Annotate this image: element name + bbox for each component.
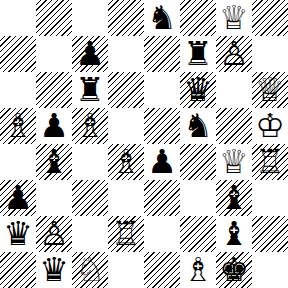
square-e5[interactable] bbox=[144, 108, 180, 144]
white-pawn-piece: ♙ bbox=[39, 216, 69, 252]
square-d5[interactable] bbox=[108, 108, 144, 144]
square-f3[interactable] bbox=[180, 180, 216, 216]
square-e3[interactable] bbox=[144, 180, 180, 216]
square-a6[interactable] bbox=[0, 72, 36, 108]
black-pawn-piece: ♟ bbox=[147, 144, 177, 180]
square-h3[interactable] bbox=[252, 180, 288, 216]
square-g7[interactable]: ♙ bbox=[216, 36, 252, 72]
square-d7[interactable] bbox=[108, 36, 144, 72]
black-knight-piece: ♞ bbox=[147, 0, 177, 36]
black-rook-piece: ♜ bbox=[183, 36, 213, 72]
square-f4[interactable] bbox=[180, 144, 216, 180]
square-g8[interactable]: ♕ bbox=[216, 0, 252, 36]
square-h2[interactable] bbox=[252, 216, 288, 252]
square-c7[interactable]: ♟ bbox=[72, 36, 108, 72]
square-b5[interactable]: ♟ bbox=[36, 108, 72, 144]
square-b1[interactable]: ♛ bbox=[36, 252, 72, 288]
square-g4[interactable]: ♕ bbox=[216, 144, 252, 180]
black-bishop-piece: ♝ bbox=[219, 216, 249, 252]
white-bishop-piece: ♗ bbox=[75, 108, 105, 144]
square-d2[interactable]: ♖ bbox=[108, 216, 144, 252]
square-c2[interactable] bbox=[72, 216, 108, 252]
square-a3[interactable]: ♟ bbox=[0, 180, 36, 216]
black-knight-piece: ♞ bbox=[183, 108, 213, 144]
square-b3[interactable] bbox=[36, 180, 72, 216]
white-knight-piece: ♘ bbox=[75, 252, 105, 288]
square-b2[interactable]: ♙ bbox=[36, 216, 72, 252]
square-e1[interactable] bbox=[144, 252, 180, 288]
square-h5[interactable]: ♔ bbox=[252, 108, 288, 144]
white-pawn-piece: ♙ bbox=[219, 36, 249, 72]
black-queen-piece: ♛ bbox=[183, 72, 213, 108]
square-b8[interactable] bbox=[36, 0, 72, 36]
black-pawn-piece: ♟ bbox=[75, 36, 105, 72]
square-g2[interactable]: ♝ bbox=[216, 216, 252, 252]
square-a2[interactable]: ♛ bbox=[0, 216, 36, 252]
square-e2[interactable] bbox=[144, 216, 180, 252]
square-a4[interactable] bbox=[0, 144, 36, 180]
square-h1[interactable] bbox=[252, 252, 288, 288]
white-rook-piece: ♖ bbox=[255, 144, 285, 180]
square-d4[interactable]: ♗ bbox=[108, 144, 144, 180]
square-f2[interactable] bbox=[180, 216, 216, 252]
white-bishop-piece: ♗ bbox=[111, 144, 141, 180]
square-c3[interactable] bbox=[72, 180, 108, 216]
square-a1[interactable] bbox=[0, 252, 36, 288]
square-f5[interactable]: ♞ bbox=[180, 108, 216, 144]
black-queen-piece: ♛ bbox=[3, 216, 33, 252]
white-king-piece: ♔ bbox=[255, 108, 285, 144]
black-pawn-piece: ♟ bbox=[3, 180, 33, 216]
black-rook-piece: ♜ bbox=[75, 72, 105, 108]
black-bishop-piece: ♝ bbox=[219, 180, 249, 216]
black-pawn-piece: ♟ bbox=[39, 108, 69, 144]
chess-board: ♞♕♟♜♙♜♛♕♗♟♗♞♔♝♗♟♕♖♟♝♛♙♖♝♛♘♗♚ bbox=[0, 0, 288, 288]
square-f6[interactable]: ♛ bbox=[180, 72, 216, 108]
square-f1[interactable]: ♗ bbox=[180, 252, 216, 288]
square-b6[interactable] bbox=[36, 72, 72, 108]
white-rook-piece: ♖ bbox=[111, 216, 141, 252]
white-queen-piece: ♕ bbox=[255, 72, 285, 108]
square-d1[interactable] bbox=[108, 252, 144, 288]
square-b7[interactable] bbox=[36, 36, 72, 72]
square-g6[interactable] bbox=[216, 72, 252, 108]
square-c5[interactable]: ♗ bbox=[72, 108, 108, 144]
square-c4[interactable] bbox=[72, 144, 108, 180]
square-e8[interactable]: ♞ bbox=[144, 0, 180, 36]
square-d6[interactable] bbox=[108, 72, 144, 108]
black-bishop-piece: ♝ bbox=[39, 144, 69, 180]
square-g5[interactable] bbox=[216, 108, 252, 144]
square-d3[interactable] bbox=[108, 180, 144, 216]
square-c1[interactable]: ♘ bbox=[72, 252, 108, 288]
white-bishop-piece: ♗ bbox=[183, 252, 213, 288]
white-queen-piece: ♕ bbox=[219, 144, 249, 180]
square-e6[interactable] bbox=[144, 72, 180, 108]
square-a7[interactable] bbox=[0, 36, 36, 72]
square-h6[interactable]: ♕ bbox=[252, 72, 288, 108]
square-c6[interactable]: ♜ bbox=[72, 72, 108, 108]
white-bishop-piece: ♗ bbox=[3, 108, 33, 144]
black-queen-piece: ♛ bbox=[39, 252, 69, 288]
white-queen-piece: ♕ bbox=[219, 0, 249, 36]
black-king-piece: ♚ bbox=[219, 252, 249, 288]
square-g1[interactable]: ♚ bbox=[216, 252, 252, 288]
square-f8[interactable] bbox=[180, 0, 216, 36]
square-h4[interactable]: ♖ bbox=[252, 144, 288, 180]
square-d8[interactable] bbox=[108, 0, 144, 36]
square-a8[interactable] bbox=[0, 0, 36, 36]
square-h8[interactable] bbox=[252, 0, 288, 36]
square-g3[interactable]: ♝ bbox=[216, 180, 252, 216]
square-e4[interactable]: ♟ bbox=[144, 144, 180, 180]
square-h7[interactable] bbox=[252, 36, 288, 72]
square-f7[interactable]: ♜ bbox=[180, 36, 216, 72]
square-b4[interactable]: ♝ bbox=[36, 144, 72, 180]
square-c8[interactable] bbox=[72, 0, 108, 36]
square-a5[interactable]: ♗ bbox=[0, 108, 36, 144]
square-e7[interactable] bbox=[144, 36, 180, 72]
